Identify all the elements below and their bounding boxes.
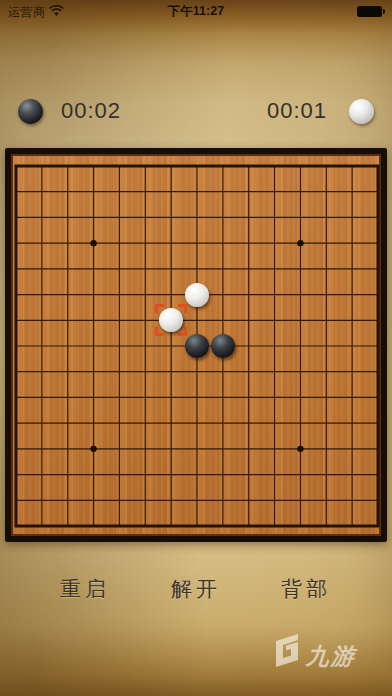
stones-layer [16,166,378,526]
jiuyou-logo-icon [274,634,301,667]
undo-button[interactable]: 解开 [171,575,221,603]
button-row: 重启 解开 背部 [0,575,392,605]
black-stone[interactable] [185,334,209,358]
game-board[interactable] [5,148,387,542]
player-clocks: 00:02 00:01 [0,96,392,128]
white-player-stone-icon [349,99,374,124]
marker-corner [178,327,187,336]
jiuyou-watermark: 九游 [274,634,356,672]
status-bar: 运营商 下午11:27 [0,0,392,20]
black-player-time: 00:02 [61,98,121,124]
back-button[interactable]: 背部 [281,575,331,603]
white-stone[interactable] [185,283,209,307]
restart-button[interactable]: 重启 [60,575,110,603]
app-screen: 运营商 下午11:27 00:02 00:01 重启 解开 背部 九游 [0,0,392,696]
black-stone[interactable] [211,334,235,358]
watermark-text: 九游 [305,641,357,672]
black-player-stone-icon [18,99,43,124]
white-player-time: 00:01 [267,98,327,124]
clock-time: 下午11:27 [0,3,392,20]
battery-icon [357,6,382,17]
